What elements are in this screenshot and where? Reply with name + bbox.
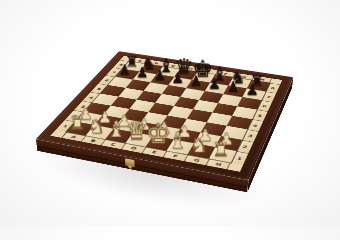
piece-black-pawn[interactable]: ♟: [242, 83, 262, 98]
piece-black-pawn[interactable]: ♟: [150, 69, 169, 83]
piece-white-rook[interactable]: ♜: [209, 140, 232, 159]
piece-white-bishop[interactable]: ♝: [167, 129, 189, 151]
piece-black-pawn[interactable]: ♟: [223, 80, 242, 95]
piece-black-pawn[interactable]: ♟: [186, 74, 205, 88]
piece-black-pawn[interactable]: ♟: [168, 72, 187, 86]
square-f5[interactable]: [193, 100, 218, 113]
square-h6[interactable]: [237, 97, 261, 109]
product-photo: ABCDEFGH ABCDEFGH 87654321 87654321 ♜♞♝♛…: [0, 0, 340, 226]
piece-white-queen[interactable]: ♛: [125, 119, 147, 144]
piece-white-knight[interactable]: ♞: [188, 135, 210, 155]
scene: ABCDEFGH ABCDEFGH 87654321 87654321 ♜♞♝♛…: [0, 0, 340, 226]
piece-white-bishop[interactable]: ♝: [105, 118, 127, 140]
piece-white-rook[interactable]: ♜: [66, 115, 87, 133]
piece-black-pawn[interactable]: ♟: [133, 66, 152, 80]
piece-black-pawn[interactable]: ♟: [115, 63, 134, 77]
piece-black-pawn[interactable]: ♟: [205, 77, 224, 91]
piece-white-king[interactable]: ♚: [146, 120, 168, 147]
brass-latch-icon: [125, 158, 135, 167]
piece-white-knight[interactable]: ♞: [86, 117, 107, 136]
